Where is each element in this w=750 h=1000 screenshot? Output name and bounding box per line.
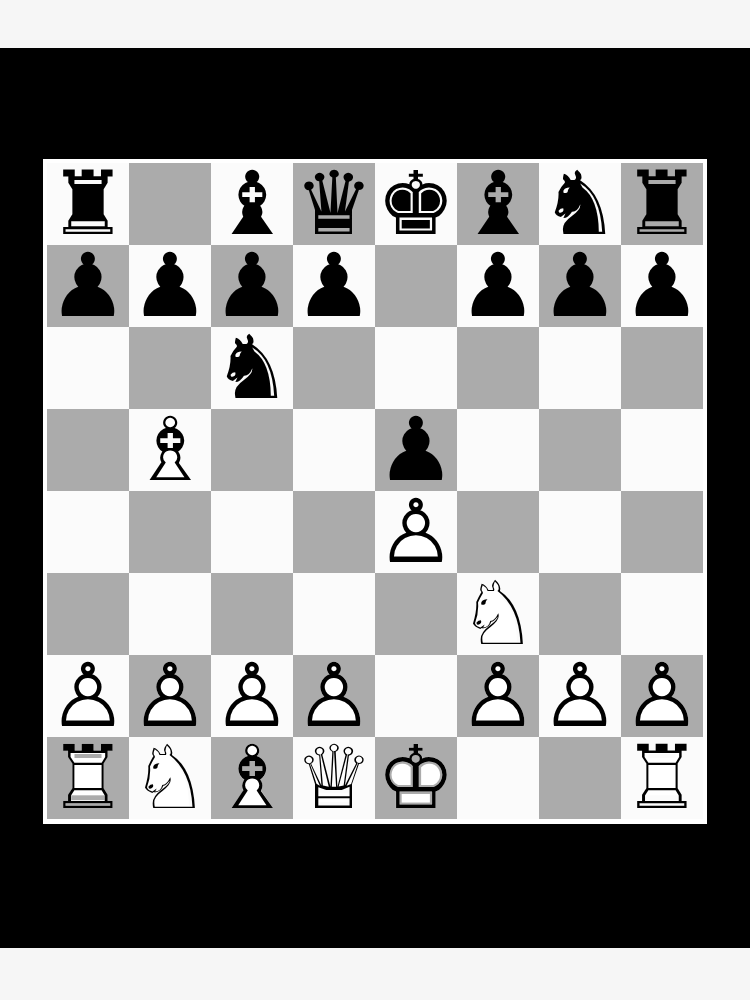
- square-a1[interactable]: ♜♖: [47, 737, 129, 819]
- square-f5[interactable]: [457, 409, 539, 491]
- black-pawn[interactable]: ♟: [293, 245, 375, 327]
- black-rook-glyph: ♜: [49, 163, 128, 245]
- black-pawn[interactable]: ♟: [457, 245, 539, 327]
- black-bishop-glyph: ♝: [213, 163, 292, 245]
- white-bishop-outline: ♗: [213, 737, 292, 819]
- white-pawn[interactable]: ♟♙: [539, 655, 621, 737]
- black-pawn[interactable]: ♟: [375, 409, 457, 491]
- black-queen[interactable]: ♛: [293, 163, 375, 245]
- square-f7[interactable]: ♟: [457, 245, 539, 327]
- square-g8[interactable]: ♞: [539, 163, 621, 245]
- white-pawn-outline: ♙: [459, 655, 538, 737]
- square-h7[interactable]: ♟: [621, 245, 703, 327]
- white-pawn-outline: ♙: [131, 655, 210, 737]
- square-e1[interactable]: ♚♔: [375, 737, 457, 819]
- square-d4[interactable]: [293, 491, 375, 573]
- black-pawn-glyph: ♟: [541, 245, 620, 327]
- white-rook[interactable]: ♜♖: [621, 737, 703, 819]
- square-d6[interactable]: [293, 327, 375, 409]
- square-h5[interactable]: [621, 409, 703, 491]
- white-pawn-outline: ♙: [377, 491, 456, 573]
- square-g6[interactable]: [539, 327, 621, 409]
- white-pawn-outline: ♙: [295, 655, 374, 737]
- white-pawn[interactable]: ♟♙: [621, 655, 703, 737]
- square-d3[interactable]: [293, 573, 375, 655]
- black-bishop[interactable]: ♝: [211, 163, 293, 245]
- square-f6[interactable]: [457, 327, 539, 409]
- white-rook[interactable]: ♜♖: [47, 737, 129, 819]
- white-pawn[interactable]: ♟♙: [47, 655, 129, 737]
- square-e5[interactable]: ♟: [375, 409, 457, 491]
- chessboard: ♜♝♛♚♝♞♜♟♟♟♟♟♟♟♞♝♗♟♟♙♞♘♟♙♟♙♟♙♟♙♟♙♟♙♟♙♜♖♞♘…: [47, 163, 703, 819]
- black-knight[interactable]: ♞: [539, 163, 621, 245]
- square-d5[interactable]: [293, 409, 375, 491]
- white-pawn[interactable]: ♟♙: [211, 655, 293, 737]
- square-e6[interactable]: [375, 327, 457, 409]
- black-king-glyph: ♚: [377, 163, 456, 245]
- square-c3[interactable]: [211, 573, 293, 655]
- square-h1[interactable]: ♜♖: [621, 737, 703, 819]
- black-queen-glyph: ♛: [295, 163, 374, 245]
- square-a4[interactable]: [47, 491, 129, 573]
- white-pawn[interactable]: ♟♙: [375, 491, 457, 573]
- square-a2[interactable]: ♟♙: [47, 655, 129, 737]
- square-a3[interactable]: [47, 573, 129, 655]
- square-h8[interactable]: ♜: [621, 163, 703, 245]
- square-g2[interactable]: ♟♙: [539, 655, 621, 737]
- square-e7[interactable]: [375, 245, 457, 327]
- white-rook-outline: ♖: [623, 737, 702, 819]
- white-pawn-outline: ♙: [541, 655, 620, 737]
- square-h6[interactable]: [621, 327, 703, 409]
- chessboard-frame: ♜♝♛♚♝♞♜♟♟♟♟♟♟♟♞♝♗♟♟♙♞♘♟♙♟♙♟♙♟♙♟♙♟♙♟♙♜♖♞♘…: [43, 159, 707, 824]
- white-knight[interactable]: ♞♘: [457, 573, 539, 655]
- square-c7[interactable]: ♟: [211, 245, 293, 327]
- black-bishop[interactable]: ♝: [457, 163, 539, 245]
- white-bishop[interactable]: ♝♗: [129, 409, 211, 491]
- white-bishop-outline: ♗: [131, 409, 210, 491]
- square-a6[interactable]: [47, 327, 129, 409]
- square-e8[interactable]: ♚: [375, 163, 457, 245]
- white-bishop[interactable]: ♝♗: [211, 737, 293, 819]
- square-e4[interactable]: ♟♙: [375, 491, 457, 573]
- square-f4[interactable]: [457, 491, 539, 573]
- black-rook-glyph: ♜: [623, 163, 702, 245]
- square-b7[interactable]: ♟: [129, 245, 211, 327]
- black-rook[interactable]: ♜: [621, 163, 703, 245]
- black-pawn-glyph: ♟: [459, 245, 538, 327]
- white-queen-outline: ♕: [295, 737, 374, 819]
- square-a8[interactable]: ♜: [47, 163, 129, 245]
- black-pawn[interactable]: ♟: [129, 245, 211, 327]
- white-king-outline: ♔: [377, 737, 456, 819]
- black-pawn[interactable]: ♟: [47, 245, 129, 327]
- poster-black-field: ♜♝♛♚♝♞♜♟♟♟♟♟♟♟♞♝♗♟♟♙♞♘♟♙♟♙♟♙♟♙♟♙♟♙♟♙♜♖♞♘…: [0, 48, 750, 948]
- white-pawn-outline: ♙: [623, 655, 702, 737]
- square-g4[interactable]: [539, 491, 621, 573]
- square-d1[interactable]: ♛♕: [293, 737, 375, 819]
- square-d8[interactable]: ♛: [293, 163, 375, 245]
- white-pawn[interactable]: ♟♙: [457, 655, 539, 737]
- square-g1[interactable]: [539, 737, 621, 819]
- black-rook[interactable]: ♜: [47, 163, 129, 245]
- square-c4[interactable]: [211, 491, 293, 573]
- white-rook-outline: ♖: [49, 737, 128, 819]
- square-g7[interactable]: ♟: [539, 245, 621, 327]
- square-g3[interactable]: [539, 573, 621, 655]
- black-pawn[interactable]: ♟: [539, 245, 621, 327]
- white-knight-outline: ♘: [459, 573, 538, 655]
- square-e3[interactable]: [375, 573, 457, 655]
- square-b8[interactable]: [129, 163, 211, 245]
- square-h3[interactable]: [621, 573, 703, 655]
- square-f8[interactable]: ♝: [457, 163, 539, 245]
- white-pawn-outline: ♙: [213, 655, 292, 737]
- black-pawn-glyph: ♟: [295, 245, 374, 327]
- black-pawn-glyph: ♟: [131, 245, 210, 327]
- square-b5[interactable]: ♝♗: [129, 409, 211, 491]
- black-knight[interactable]: ♞: [211, 327, 293, 409]
- white-pawn[interactable]: ♟♙: [129, 655, 211, 737]
- square-c8[interactable]: ♝: [211, 163, 293, 245]
- square-a5[interactable]: [47, 409, 129, 491]
- black-pawn-glyph: ♟: [49, 245, 128, 327]
- square-f1[interactable]: [457, 737, 539, 819]
- black-king[interactable]: ♚: [375, 163, 457, 245]
- square-b3[interactable]: [129, 573, 211, 655]
- black-pawn-glyph: ♟: [623, 245, 702, 327]
- white-knight[interactable]: ♞♘: [129, 737, 211, 819]
- black-pawn-glyph: ♟: [377, 409, 456, 491]
- square-d2[interactable]: ♟♙: [293, 655, 375, 737]
- white-king[interactable]: ♚♔: [375, 737, 457, 819]
- square-c1[interactable]: ♝♗: [211, 737, 293, 819]
- white-queen[interactable]: ♛♕: [293, 737, 375, 819]
- page-background: ♜♝♛♚♝♞♜♟♟♟♟♟♟♟♞♝♗♟♟♙♞♘♟♙♟♙♟♙♟♙♟♙♟♙♟♙♜♖♞♘…: [0, 0, 750, 1000]
- black-knight-glyph: ♞: [541, 163, 620, 245]
- square-b2[interactable]: ♟♙: [129, 655, 211, 737]
- square-b6[interactable]: [129, 327, 211, 409]
- square-a7[interactable]: ♟: [47, 245, 129, 327]
- square-h2[interactable]: ♟♙: [621, 655, 703, 737]
- square-f2[interactable]: ♟♙: [457, 655, 539, 737]
- square-e2[interactable]: [375, 655, 457, 737]
- square-h4[interactable]: [621, 491, 703, 573]
- square-c5[interactable]: [211, 409, 293, 491]
- black-bishop-glyph: ♝: [459, 163, 538, 245]
- black-pawn[interactable]: ♟: [211, 245, 293, 327]
- black-knight-glyph: ♞: [213, 327, 292, 409]
- square-b1[interactable]: ♞♘: [129, 737, 211, 819]
- square-g5[interactable]: [539, 409, 621, 491]
- square-c2[interactable]: ♟♙: [211, 655, 293, 737]
- white-knight-outline: ♘: [131, 737, 210, 819]
- black-pawn[interactable]: ♟: [621, 245, 703, 327]
- white-pawn-outline: ♙: [49, 655, 128, 737]
- square-d7[interactable]: ♟: [293, 245, 375, 327]
- white-pawn[interactable]: ♟♙: [293, 655, 375, 737]
- square-c6[interactable]: ♞: [211, 327, 293, 409]
- black-pawn-glyph: ♟: [213, 245, 292, 327]
- square-b4[interactable]: [129, 491, 211, 573]
- square-f3[interactable]: ♞♘: [457, 573, 539, 655]
